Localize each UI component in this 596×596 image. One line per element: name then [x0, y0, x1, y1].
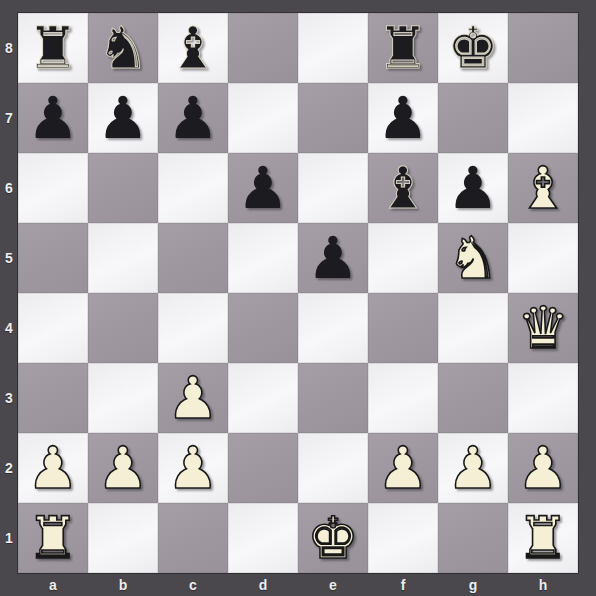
square-f6[interactable]: ♝: [368, 153, 438, 223]
square-c4[interactable]: [158, 293, 228, 363]
square-h6[interactable]: ♝: [508, 153, 578, 223]
square-e6[interactable]: [298, 153, 368, 223]
piece-black-pawn[interactable]: ♟: [447, 153, 499, 223]
square-f5[interactable]: [368, 223, 438, 293]
chess-board-frame: 87654321 ♜♞♝♜♚♟♟♟♟♟♝♟♝♟♞♛♟♟♟♟♟♟♟♜♚♜ abcd…: [0, 0, 596, 596]
square-e3[interactable]: [298, 363, 368, 433]
square-b1[interactable]: [88, 503, 158, 573]
piece-black-rook[interactable]: ♜: [27, 13, 79, 83]
rank-label-8: 8: [0, 13, 18, 83]
piece-white-pawn[interactable]: ♟: [447, 433, 499, 503]
piece-white-pawn[interactable]: ♟: [167, 433, 219, 503]
square-f7[interactable]: ♟: [368, 83, 438, 153]
square-e7[interactable]: [298, 83, 368, 153]
square-b4[interactable]: [88, 293, 158, 363]
square-e2[interactable]: [298, 433, 368, 503]
file-label-b: b: [88, 573, 158, 596]
square-h8[interactable]: [508, 13, 578, 83]
square-c5[interactable]: [158, 223, 228, 293]
square-e4[interactable]: [298, 293, 368, 363]
square-c1[interactable]: [158, 503, 228, 573]
piece-black-pawn[interactable]: ♟: [167, 83, 219, 153]
square-d2[interactable]: [228, 433, 298, 503]
square-g7[interactable]: [438, 83, 508, 153]
square-d7[interactable]: [228, 83, 298, 153]
file-label-h: h: [508, 573, 578, 596]
square-h5[interactable]: [508, 223, 578, 293]
square-c3[interactable]: ♟: [158, 363, 228, 433]
square-e1[interactable]: ♚: [298, 503, 368, 573]
piece-white-pawn[interactable]: ♟: [97, 433, 149, 503]
file-label-e: e: [298, 573, 368, 596]
piece-black-pawn[interactable]: ♟: [377, 83, 429, 153]
rank-label-3: 3: [0, 363, 18, 433]
rank-label-7: 7: [0, 83, 18, 153]
piece-white-queen[interactable]: ♛: [517, 293, 569, 363]
piece-white-rook[interactable]: ♜: [517, 503, 569, 573]
square-f8[interactable]: ♜: [368, 13, 438, 83]
piece-black-bishop[interactable]: ♝: [167, 13, 219, 83]
square-e5[interactable]: ♟: [298, 223, 368, 293]
square-g2[interactable]: ♟: [438, 433, 508, 503]
piece-black-rook[interactable]: ♜: [377, 13, 429, 83]
square-a4[interactable]: [18, 293, 88, 363]
square-g5[interactable]: ♞: [438, 223, 508, 293]
file-label-f: f: [368, 573, 438, 596]
rank-label-6: 6: [0, 153, 18, 223]
rank-label-5: 5: [0, 223, 18, 293]
square-e8[interactable]: [298, 13, 368, 83]
file-label-a: a: [18, 573, 88, 596]
square-b3[interactable]: [88, 363, 158, 433]
piece-white-king[interactable]: ♚: [307, 503, 359, 573]
piece-black-pawn[interactable]: ♟: [307, 223, 359, 293]
square-d3[interactable]: [228, 363, 298, 433]
piece-white-pawn[interactable]: ♟: [517, 433, 569, 503]
rank-label-2: 2: [0, 433, 18, 503]
square-g6[interactable]: ♟: [438, 153, 508, 223]
piece-white-bishop[interactable]: ♝: [517, 153, 569, 223]
piece-black-bishop[interactable]: ♝: [377, 153, 429, 223]
square-a2[interactable]: ♟: [18, 433, 88, 503]
piece-white-rook[interactable]: ♜: [27, 503, 79, 573]
square-h4[interactable]: ♛: [508, 293, 578, 363]
file-labels: abcdefgh: [18, 573, 578, 596]
square-h7[interactable]: [508, 83, 578, 153]
file-label-c: c: [158, 573, 228, 596]
square-f1[interactable]: [368, 503, 438, 573]
piece-black-pawn[interactable]: ♟: [237, 153, 289, 223]
square-g1[interactable]: [438, 503, 508, 573]
square-f4[interactable]: [368, 293, 438, 363]
square-a7[interactable]: ♟: [18, 83, 88, 153]
rank-label-4: 4: [0, 293, 18, 363]
rank-label-1: 1: [0, 503, 18, 573]
square-c7[interactable]: ♟: [158, 83, 228, 153]
square-g4[interactable]: [438, 293, 508, 363]
file-label-d: d: [228, 573, 298, 596]
chess-board[interactable]: ♜♞♝♜♚♟♟♟♟♟♝♟♝♟♞♛♟♟♟♟♟♟♟♜♚♜: [18, 13, 578, 573]
square-b7[interactable]: ♟: [88, 83, 158, 153]
square-d6[interactable]: ♟: [228, 153, 298, 223]
square-a5[interactable]: [18, 223, 88, 293]
square-d5[interactable]: [228, 223, 298, 293]
square-f3[interactable]: [368, 363, 438, 433]
square-f2[interactable]: ♟: [368, 433, 438, 503]
square-b8[interactable]: ♞: [88, 13, 158, 83]
square-b2[interactable]: ♟: [88, 433, 158, 503]
rank-labels: 87654321: [0, 13, 18, 573]
file-label-g: g: [438, 573, 508, 596]
square-d1[interactable]: [228, 503, 298, 573]
square-d4[interactable]: [228, 293, 298, 363]
square-d8[interactable]: [228, 13, 298, 83]
square-c6[interactable]: [158, 153, 228, 223]
piece-white-pawn[interactable]: ♟: [27, 433, 79, 503]
piece-black-pawn[interactable]: ♟: [27, 83, 79, 153]
square-h1[interactable]: ♜: [508, 503, 578, 573]
square-g3[interactable]: [438, 363, 508, 433]
piece-black-knight[interactable]: ♞: [97, 13, 149, 83]
square-b6[interactable]: [88, 153, 158, 223]
square-c2[interactable]: ♟: [158, 433, 228, 503]
piece-black-king[interactable]: ♚: [447, 13, 499, 83]
piece-white-knight[interactable]: ♞: [447, 223, 499, 293]
square-a8[interactable]: ♜: [18, 13, 88, 83]
square-a6[interactable]: [18, 153, 88, 223]
square-h2[interactable]: ♟: [508, 433, 578, 503]
piece-white-pawn[interactable]: ♟: [377, 433, 429, 503]
piece-white-pawn[interactable]: ♟: [167, 363, 219, 433]
square-a1[interactable]: ♜: [18, 503, 88, 573]
square-a3[interactable]: [18, 363, 88, 433]
square-c8[interactable]: ♝: [158, 13, 228, 83]
square-h3[interactable]: [508, 363, 578, 433]
piece-black-pawn[interactable]: ♟: [97, 83, 149, 153]
square-g8[interactable]: ♚: [438, 13, 508, 83]
square-b5[interactable]: [88, 223, 158, 293]
